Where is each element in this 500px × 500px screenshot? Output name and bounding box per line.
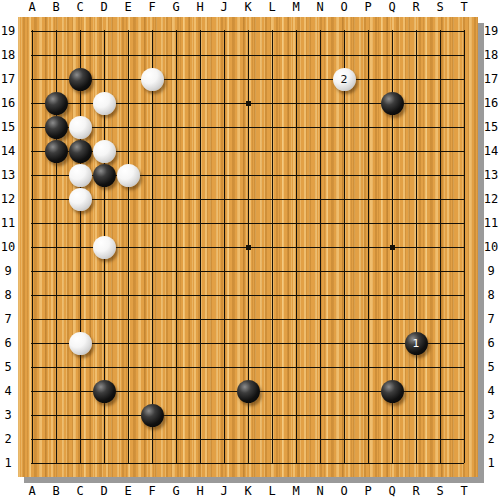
- black-stone-K4: [237, 380, 260, 403]
- bottom-coordinate-label: O: [340, 485, 347, 497]
- grid-line-vertical: [464, 30, 465, 463]
- grid-line-vertical: [344, 30, 345, 463]
- grid-line-vertical: [272, 30, 273, 463]
- top-coordinate-label: C: [76, 1, 83, 13]
- bottom-coordinate-label: L: [268, 485, 275, 497]
- left-coordinate-label: 1: [4, 457, 11, 469]
- right-coordinate-label: 3: [487, 409, 494, 421]
- move-number-label: 2: [341, 74, 348, 85]
- white-stone-E13: [117, 164, 140, 187]
- white-stone-D14: [93, 140, 116, 163]
- right-coordinate-label: 9: [487, 265, 494, 277]
- star-point-K16: [246, 101, 251, 106]
- right-coordinate-label: 10: [484, 241, 498, 253]
- white-stone-C6: [69, 332, 92, 355]
- top-coordinate-label: F: [148, 1, 155, 13]
- black-stone-B15: [45, 116, 68, 139]
- bottom-coordinate-label: B: [52, 485, 59, 497]
- black-stone-C14: [69, 140, 92, 163]
- right-coordinate-label: 7: [487, 313, 494, 325]
- left-coordinate-label: 9: [4, 265, 11, 277]
- bottom-coordinate-label: D: [100, 485, 107, 497]
- right-coordinate-label: 11: [484, 217, 498, 229]
- grid-line-horizontal: [31, 343, 464, 344]
- left-coordinate-label: 5: [4, 361, 11, 373]
- left-coordinate-label: 2: [4, 433, 11, 445]
- right-coordinate-label: 8: [487, 289, 494, 301]
- top-coordinate-label: O: [340, 1, 347, 13]
- grid-line-horizontal: [31, 463, 464, 464]
- left-coordinate-label: 17: [1, 73, 15, 85]
- grid-line-horizontal: [31, 271, 464, 272]
- top-coordinate-label: D: [100, 1, 107, 13]
- right-coordinate-label: 14: [484, 145, 498, 157]
- black-stone-Q4: [381, 380, 404, 403]
- bottom-coordinate-label: C: [76, 485, 83, 497]
- top-coordinate-label: B: [52, 1, 59, 13]
- grid-line-horizontal: [31, 319, 464, 320]
- left-coordinate-label: 11: [1, 217, 15, 229]
- right-coordinate-label: 4: [487, 385, 494, 397]
- bottom-coordinate-label: K: [244, 485, 251, 497]
- right-coordinate-label: 17: [484, 73, 498, 85]
- grid-line-horizontal: [31, 295, 464, 296]
- bottom-coordinate-label: P: [364, 485, 371, 497]
- left-coordinate-label: 19: [1, 25, 15, 37]
- white-stone-C12: [69, 188, 92, 211]
- top-coordinate-label: N: [316, 1, 323, 13]
- right-coordinate-label: 6: [487, 337, 494, 349]
- top-coordinate-label: E: [124, 1, 131, 13]
- go-diagram: 21 AA1919BB1818CC1717DD1616EE1515FF1414G…: [0, 0, 500, 500]
- top-coordinate-label: M: [292, 1, 299, 13]
- grid-line-horizontal: [31, 439, 464, 440]
- black-stone-B16: [45, 92, 68, 115]
- go-board[interactable]: 21: [18, 17, 478, 477]
- star-point-Q10: [390, 245, 395, 250]
- black-stone-D4: [93, 380, 116, 403]
- right-coordinate-label: 5: [487, 361, 494, 373]
- grid-line-horizontal: [31, 367, 464, 368]
- bottom-coordinate-label: T: [460, 485, 467, 497]
- right-coordinate-label: 16: [484, 97, 498, 109]
- top-coordinate-label: R: [412, 1, 419, 13]
- top-coordinate-label: P: [364, 1, 371, 13]
- black-stone-F3: [141, 404, 164, 427]
- top-coordinate-label: J: [220, 1, 227, 13]
- grid-line-vertical: [440, 30, 441, 463]
- white-stone-F17: [141, 68, 164, 91]
- bottom-coordinate-label: N: [316, 485, 323, 497]
- white-stone-O17: 2: [333, 68, 356, 91]
- left-coordinate-label: 6: [4, 337, 11, 349]
- right-coordinate-label: 13: [484, 169, 498, 181]
- bottom-coordinate-label: G: [172, 485, 179, 497]
- top-coordinate-label: S: [436, 1, 443, 13]
- left-coordinate-label: 10: [1, 241, 15, 253]
- bottom-coordinate-label: A: [28, 485, 35, 497]
- left-coordinate-label: 16: [1, 97, 15, 109]
- right-coordinate-label: 12: [484, 193, 498, 205]
- black-stone-D13: [93, 164, 116, 187]
- white-stone-C15: [69, 116, 92, 139]
- bottom-coordinate-label: R: [412, 485, 419, 497]
- top-coordinate-label: Q: [388, 1, 395, 13]
- grid-line-horizontal: [31, 415, 464, 416]
- top-coordinate-label: K: [244, 1, 251, 13]
- grid-line-vertical: [296, 30, 297, 463]
- white-stone-D16: [93, 92, 116, 115]
- left-coordinate-label: 13: [1, 169, 15, 181]
- left-coordinate-label: 14: [1, 145, 15, 157]
- left-coordinate-label: 7: [4, 313, 11, 325]
- bottom-coordinate-label: J: [220, 485, 227, 497]
- right-coordinate-label: 18: [484, 49, 498, 61]
- left-coordinate-label: 4: [4, 385, 11, 397]
- bottom-coordinate-label: E: [124, 485, 131, 497]
- black-stone-Q16: [381, 92, 404, 115]
- bottom-coordinate-label: Q: [388, 485, 395, 497]
- bottom-coordinate-label: M: [292, 485, 299, 497]
- black-stone-B14: [45, 140, 68, 163]
- top-coordinate-label: T: [460, 1, 467, 13]
- left-coordinate-label: 3: [4, 409, 11, 421]
- top-coordinate-label: H: [196, 1, 203, 13]
- left-coordinate-label: 8: [4, 289, 11, 301]
- top-coordinate-label: G: [172, 1, 179, 13]
- bottom-coordinate-label: S: [436, 485, 443, 497]
- grid-line-vertical: [368, 30, 369, 463]
- bottom-coordinate-label: H: [196, 485, 203, 497]
- right-coordinate-label: 2: [487, 433, 494, 445]
- grid-line-vertical: [416, 30, 417, 463]
- white-stone-C13: [69, 164, 92, 187]
- black-stone-R6: 1: [405, 332, 428, 355]
- left-coordinate-label: 12: [1, 193, 15, 205]
- black-stone-C17: [69, 68, 92, 91]
- right-coordinate-label: 19: [484, 25, 498, 37]
- left-coordinate-label: 15: [1, 121, 15, 133]
- right-coordinate-label: 1: [487, 457, 494, 469]
- move-number-label: 1: [413, 338, 420, 349]
- right-coordinate-label: 15: [484, 121, 498, 133]
- star-point-K10: [246, 245, 251, 250]
- white-stone-D10: [93, 236, 116, 259]
- bottom-coordinate-label: F: [148, 485, 155, 497]
- grid-line-vertical: [320, 30, 321, 463]
- top-coordinate-label: L: [268, 1, 275, 13]
- left-coordinate-label: 18: [1, 49, 15, 61]
- top-coordinate-label: A: [28, 1, 35, 13]
